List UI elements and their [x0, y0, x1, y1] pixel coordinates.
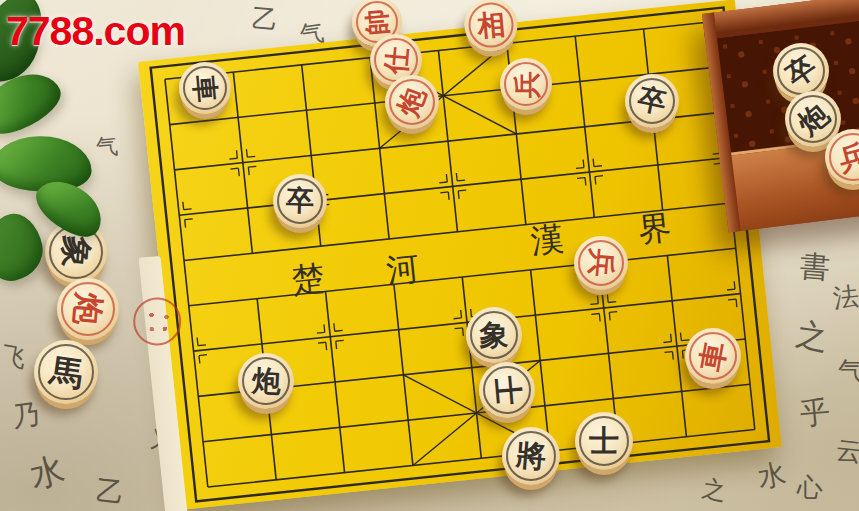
piece-black-soldier[interactable]: 卒 [625, 74, 679, 128]
piece-character: 馬 [47, 353, 84, 390]
calligraphy-glyph: 之 [794, 318, 830, 354]
piece-character: 兵 [586, 248, 616, 278]
board-grid: 楚河 漢界 [138, 0, 782, 510]
piece-character: 士 [491, 374, 522, 405]
calligraphy-glyph: 書 [799, 251, 831, 283]
piece-red-soldier[interactable]: 兵 [500, 58, 552, 110]
piece-black-soldier[interactable]: 卒 [773, 43, 829, 99]
piece-black-advisor[interactable]: 士 [575, 412, 633, 470]
piece-character: 士 [589, 426, 619, 456]
calligraphy-glyph: 气 [838, 358, 859, 384]
calligraphy-glyph: 水 [26, 451, 67, 492]
calligraphy-glyph: 乙 [95, 477, 126, 508]
piece-black-horse[interactable]: 馬 [34, 340, 98, 404]
piece-red-elephant[interactable]: 相 [465, 0, 518, 52]
piece-black-general[interactable]: 將 [502, 427, 560, 485]
watermark: 7788.com [6, 8, 185, 55]
piece-character: 炮 [251, 366, 281, 396]
piece-red-chariot[interactable]: 車 [685, 328, 741, 384]
piece-character: 卒 [635, 84, 668, 117]
plant-leaf [0, 209, 48, 285]
calligraphy-glyph: 之 [700, 476, 727, 503]
calligraphy-glyph: 云 [835, 437, 859, 466]
piece-black-cannon[interactable]: 炮 [238, 353, 294, 409]
piece-red-cannon[interactable]: 炮 [57, 278, 119, 340]
calligraphy-glyph: 心 [797, 474, 823, 500]
piece-black-chariot[interactable]: 車 [179, 62, 231, 114]
calligraphy-glyph: 法 [832, 283, 859, 312]
calligraphy-glyph: 乎 [799, 397, 832, 430]
piece-character: 帥 [363, 8, 391, 36]
piece-character: 炮 [793, 99, 834, 140]
piece-character: 兵 [835, 139, 859, 175]
calligraphy-glyph: 乃 [10, 400, 42, 432]
calligraphy-glyph: 水 [756, 460, 788, 492]
river-label-left: 楚河 [290, 241, 483, 300]
piece-character: 卒 [286, 187, 315, 216]
piece-character: 將 [515, 440, 548, 473]
piece-character: 仕 [381, 45, 410, 74]
piece-black-elephant[interactable]: 象 [466, 307, 522, 363]
calligraphy-glyph: 气 [95, 135, 119, 159]
piece-character: 相 [476, 10, 506, 40]
xiangqi-board[interactable]: 楚河 漢界 [138, 0, 782, 510]
piece-character: 卒 [781, 51, 821, 91]
piece-black-soldier[interactable]: 卒 [273, 174, 327, 228]
river-label-right: 漢界 [529, 199, 748, 260]
piece-character: 車 [696, 339, 730, 373]
piece-character: 象 [59, 235, 94, 270]
piece-red-soldier[interactable]: 兵 [574, 236, 628, 290]
piece-character: 炮 [394, 84, 430, 120]
piece-character: 車 [190, 73, 219, 102]
piece-character: 炮 [71, 292, 106, 327]
piece-black-advisor[interactable]: 士 [479, 362, 535, 418]
piece-character: 兵 [513, 71, 540, 98]
piece-character: 象 [480, 321, 509, 350]
calligraphy-glyph: 飞 [0, 343, 28, 371]
calligraphy-glyph: 乙 [251, 5, 279, 33]
piece-red-cannon[interactable]: 炮 [385, 75, 439, 129]
photo-scene: 乙气之云气書法之气乎云心水之水乙乂乃飞 楚河 漢界 車帥仕炮相兵卒卒兵象士炮將士… [0, 0, 859, 511]
